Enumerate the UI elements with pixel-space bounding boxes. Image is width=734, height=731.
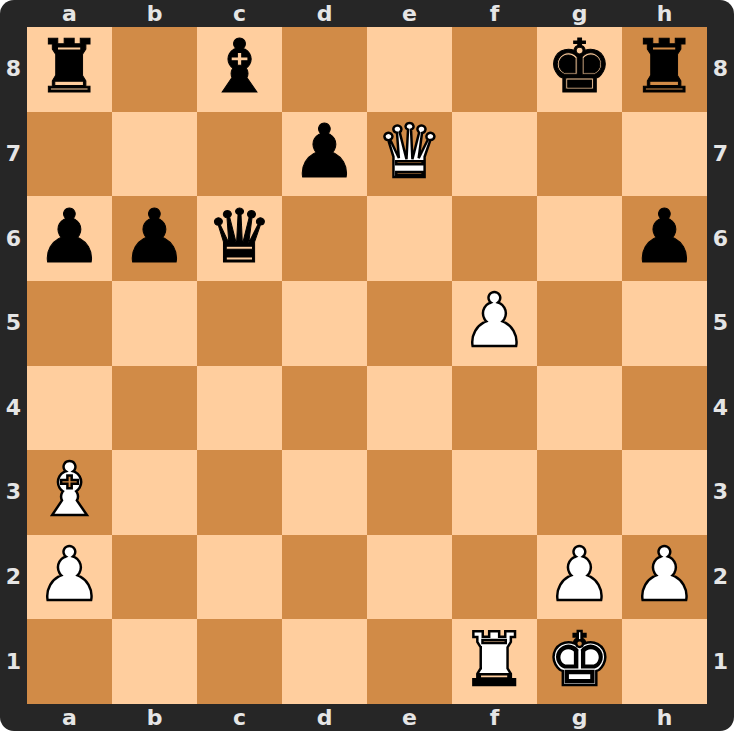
square-e7[interactable]: ♛ — [367, 112, 452, 197]
square-b8[interactable] — [112, 27, 197, 112]
rank-right-label-3: 3 — [707, 450, 734, 535]
white-bishop[interactable]: ♝ — [36, 452, 102, 526]
rank-right-label-7: 7 — [707, 112, 734, 197]
file-bottom-label-d: d — [282, 704, 367, 731]
square-e8[interactable] — [367, 27, 452, 112]
white-queen[interactable]: ♛ — [376, 114, 442, 188]
square-b6[interactable]: ♟ — [112, 196, 197, 281]
black-queen[interactable]: ♛ — [206, 199, 272, 273]
square-h1[interactable] — [622, 619, 707, 704]
square-c8[interactable]: ♝ — [197, 27, 282, 112]
square-g2[interactable]: ♟ — [537, 535, 622, 620]
square-e6[interactable] — [367, 196, 452, 281]
rank-left-label-1: 1 — [0, 619, 27, 704]
margin-corner-top-left — [0, 0, 27, 27]
page-background: abcdefgh8♜♝♚♜87♟♛76♟♟♛♟65♟5443♝32♟♟♟21♜♚… — [0, 0, 734, 731]
file-top-label-e: e — [367, 0, 452, 27]
square-d3[interactable] — [282, 450, 367, 535]
square-g1[interactable]: ♚ — [537, 619, 622, 704]
square-d4[interactable] — [282, 366, 367, 451]
rank-right-label-8: 8 — [707, 27, 734, 112]
square-a6[interactable]: ♟ — [27, 196, 112, 281]
square-a7[interactable] — [27, 112, 112, 197]
black-rook[interactable]: ♜ — [631, 29, 697, 103]
chess-board: abcdefgh8♜♝♚♜87♟♛76♟♟♛♟65♟5443♝32♟♟♟21♜♚… — [0, 0, 734, 731]
rank-left-label-6: 6 — [0, 196, 27, 281]
margin-corner-bottom-right — [707, 704, 734, 731]
square-g7[interactable] — [537, 112, 622, 197]
square-c2[interactable] — [197, 535, 282, 620]
square-b3[interactable] — [112, 450, 197, 535]
rank-left-label-3: 3 — [0, 450, 27, 535]
square-c3[interactable] — [197, 450, 282, 535]
white-rook[interactable]: ♜ — [461, 622, 527, 696]
file-bottom-label-e: e — [367, 704, 452, 731]
square-f5[interactable]: ♟ — [452, 281, 537, 366]
square-f6[interactable] — [452, 196, 537, 281]
square-c7[interactable] — [197, 112, 282, 197]
square-b1[interactable] — [112, 619, 197, 704]
square-d7[interactable]: ♟ — [282, 112, 367, 197]
square-d8[interactable] — [282, 27, 367, 112]
square-c5[interactable] — [197, 281, 282, 366]
square-g3[interactable] — [537, 450, 622, 535]
square-g6[interactable] — [537, 196, 622, 281]
rank-left-label-2: 2 — [0, 535, 27, 620]
margin-corner-top-right — [707, 0, 734, 27]
square-a4[interactable] — [27, 366, 112, 451]
white-king[interactable]: ♚ — [546, 622, 612, 696]
square-d6[interactable] — [282, 196, 367, 281]
square-b4[interactable] — [112, 366, 197, 451]
square-h3[interactable] — [622, 450, 707, 535]
square-h8[interactable]: ♜ — [622, 27, 707, 112]
square-f2[interactable] — [452, 535, 537, 620]
rank-left-label-5: 5 — [0, 281, 27, 366]
square-e2[interactable] — [367, 535, 452, 620]
square-e5[interactable] — [367, 281, 452, 366]
black-pawn[interactable]: ♟ — [121, 199, 187, 273]
file-top-label-b: b — [112, 0, 197, 27]
file-top-label-d: d — [282, 0, 367, 27]
square-a1[interactable] — [27, 619, 112, 704]
black-pawn[interactable]: ♟ — [291, 114, 357, 188]
square-e4[interactable] — [367, 366, 452, 451]
square-f3[interactable] — [452, 450, 537, 535]
square-g5[interactable] — [537, 281, 622, 366]
square-f1[interactable]: ♜ — [452, 619, 537, 704]
square-a5[interactable] — [27, 281, 112, 366]
square-b5[interactable] — [112, 281, 197, 366]
file-bottom-label-g: g — [537, 704, 622, 731]
square-c1[interactable] — [197, 619, 282, 704]
rank-right-label-5: 5 — [707, 281, 734, 366]
square-f4[interactable] — [452, 366, 537, 451]
square-a2[interactable]: ♟ — [27, 535, 112, 620]
file-bottom-label-f: f — [452, 704, 537, 731]
square-f7[interactable] — [452, 112, 537, 197]
square-c6[interactable]: ♛ — [197, 196, 282, 281]
square-d5[interactable] — [282, 281, 367, 366]
black-pawn[interactable]: ♟ — [36, 199, 102, 273]
white-pawn[interactable]: ♟ — [631, 537, 697, 611]
square-d1[interactable] — [282, 619, 367, 704]
file-bottom-label-c: c — [197, 704, 282, 731]
square-g8[interactable]: ♚ — [537, 27, 622, 112]
rank-left-label-4: 4 — [0, 366, 27, 451]
file-bottom-label-b: b — [112, 704, 197, 731]
square-h5[interactable] — [622, 281, 707, 366]
white-pawn[interactable]: ♟ — [546, 537, 612, 611]
square-f8[interactable] — [452, 27, 537, 112]
rank-right-label-2: 2 — [707, 535, 734, 620]
rank-left-label-8: 8 — [0, 27, 27, 112]
square-e3[interactable] — [367, 450, 452, 535]
file-top-label-f: f — [452, 0, 537, 27]
square-d2[interactable] — [282, 535, 367, 620]
black-pawn[interactable]: ♟ — [631, 199, 697, 273]
square-h4[interactable] — [622, 366, 707, 451]
white-pawn[interactable]: ♟ — [36, 537, 102, 611]
square-h7[interactable] — [622, 112, 707, 197]
square-g4[interactable] — [537, 366, 622, 451]
margin-corner-bottom-left — [0, 704, 27, 731]
file-bottom-label-a: a — [27, 704, 112, 731]
rank-left-label-7: 7 — [0, 112, 27, 197]
square-c4[interactable] — [197, 366, 282, 451]
black-bishop[interactable]: ♝ — [206, 29, 272, 103]
square-h2[interactable]: ♟ — [622, 535, 707, 620]
file-bottom-label-h: h — [622, 704, 707, 731]
rank-right-label-6: 6 — [707, 196, 734, 281]
square-e1[interactable] — [367, 619, 452, 704]
square-b7[interactable] — [112, 112, 197, 197]
square-a8[interactable]: ♜ — [27, 27, 112, 112]
square-a3[interactable]: ♝ — [27, 450, 112, 535]
black-king[interactable]: ♚ — [546, 29, 612, 103]
rank-right-label-1: 1 — [707, 619, 734, 704]
square-h6[interactable]: ♟ — [622, 196, 707, 281]
white-pawn[interactable]: ♟ — [461, 283, 527, 357]
black-rook[interactable]: ♜ — [36, 29, 102, 103]
square-b2[interactable] — [112, 535, 197, 620]
rank-right-label-4: 4 — [707, 366, 734, 451]
